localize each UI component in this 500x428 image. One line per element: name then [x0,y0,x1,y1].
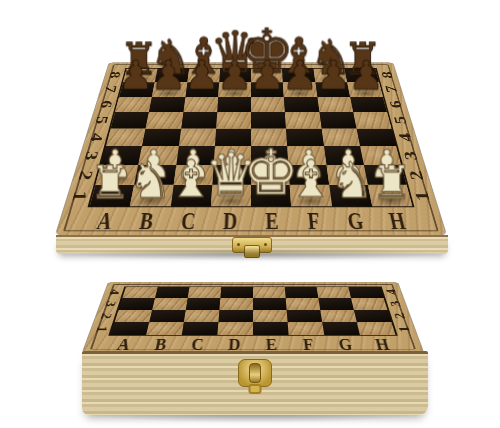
black-pawn: ♟ [184,56,220,96]
square-c6 [183,97,218,112]
square-d3 [219,298,253,310]
square-d7: ♟ [218,82,251,96]
square-f5 [285,112,321,128]
square-c4 [188,287,222,298]
square-f7: ♟ [283,82,317,96]
square-g5 [319,112,356,128]
square-g3 [318,298,353,310]
square-g4 [317,287,351,298]
square-d6 [217,97,251,112]
square-e4 [253,287,286,298]
closed-lid-perspective: 4321 4321 ABCDEFGH [83,146,423,352]
box-front-face [82,351,428,415]
square-e3 [253,298,287,310]
square-b4 [155,287,189,298]
square-d4 [220,287,253,298]
product-photo: 87654321 87654321 ABCDEFGH ♜♞♝♛♚♝♞♜♟♟♟♟♟… [0,0,500,428]
square-b6 [149,97,185,112]
square-c2 [184,310,220,322]
black-pawn: ♟ [282,56,318,96]
square-e6 [251,97,285,112]
square-b7: ♟ [152,82,187,96]
black-pawn: ♟ [151,56,187,96]
square-f2 [287,310,323,322]
square-e2 [253,310,288,322]
square-e7: ♟ [251,82,284,96]
square-c7: ♟ [185,82,219,96]
closed-lid-plane: 4321 4321 ABCDEFGH [83,282,423,352]
black-pawn: ♟ [250,56,286,96]
square-g6 [317,97,353,112]
square-b5 [146,112,183,128]
square-c3 [186,298,221,310]
square-d2 [218,310,253,322]
square-f4 [285,287,319,298]
square-g2 [320,310,357,322]
square-b2 [149,310,186,322]
black-pawn: ♟ [315,56,351,96]
square-b3 [152,298,187,310]
square-f6 [284,97,319,112]
square-g7: ♟ [315,82,350,96]
brass-clasp-closed-box [238,359,272,387]
square-f3 [286,298,321,310]
lid-file-labels: ABCDEFGH [103,336,403,352]
square-d5 [216,112,251,128]
square-e5 [251,112,286,128]
clasp-loop [249,384,262,394]
black-pawn: ♟ [217,56,253,96]
square-c5 [181,112,217,128]
